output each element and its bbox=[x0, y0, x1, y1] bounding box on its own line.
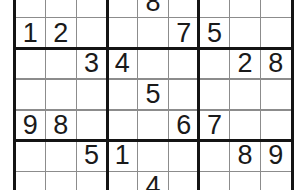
sudoku-cell-r2c7[interactable] bbox=[200, 0, 229, 17]
sudoku-cell-r7c6[interactable] bbox=[169, 141, 198, 170]
sudoku-cell-r4c8[interactable]: 2 bbox=[230, 49, 259, 78]
given-digit: 6 bbox=[176, 112, 191, 139]
sudoku-cell-r8c2[interactable] bbox=[46, 172, 75, 190]
sudoku-cell-r3c8[interactable] bbox=[230, 18, 259, 47]
given-digit: 7 bbox=[176, 20, 191, 47]
sudoku-cell-r2c6[interactable] bbox=[169, 0, 198, 17]
box-divider-vertical-2 bbox=[197, 0, 200, 190]
given-digit: 8 bbox=[53, 112, 68, 139]
given-digit: 5 bbox=[145, 81, 160, 108]
given-digit: 1 bbox=[23, 20, 38, 47]
sudoku-cell-r2c1[interactable] bbox=[16, 0, 45, 17]
sudoku-cell-r3c4[interactable] bbox=[108, 18, 137, 47]
sudoku-cell-r5c5[interactable]: 5 bbox=[138, 80, 167, 109]
sudoku-cell-r6c8[interactable] bbox=[230, 111, 259, 140]
given-digit: 3 bbox=[84, 50, 99, 77]
sudoku-cell-r4c2[interactable] bbox=[46, 49, 75, 78]
sudoku-cell-r6c3[interactable] bbox=[77, 111, 106, 140]
sudoku-board-viewport: 8127534285986751894 bbox=[0, 0, 304, 190]
sudoku-cell-r8c5[interactable]: 4 bbox=[138, 172, 167, 190]
sudoku-board: 8127534285986751894 bbox=[13, 0, 294, 190]
box-divider-horizontal-1 bbox=[16, 47, 291, 50]
given-digit: 4 bbox=[115, 50, 130, 77]
sudoku-cell-r8c6[interactable] bbox=[169, 172, 198, 190]
sudoku-cell-r5c4[interactable] bbox=[108, 80, 137, 109]
sudoku-cell-r6c2[interactable]: 8 bbox=[46, 111, 75, 140]
given-digit: 8 bbox=[238, 142, 253, 169]
sudoku-cell-r7c3[interactable]: 5 bbox=[77, 141, 106, 170]
sudoku-cell-r3c5[interactable] bbox=[138, 18, 167, 47]
sudoku-cell-r4c3[interactable]: 3 bbox=[77, 49, 106, 78]
box-divider-horizontal-2 bbox=[16, 139, 291, 142]
given-digit: 8 bbox=[145, 0, 160, 16]
sudoku-cell-r2c3[interactable] bbox=[77, 0, 106, 17]
sudoku-cell-r3c6[interactable]: 7 bbox=[169, 18, 198, 47]
given-digit: 4 bbox=[145, 173, 160, 190]
sudoku-cell-r7c2[interactable] bbox=[46, 141, 75, 170]
sudoku-cell-r7c9[interactable]: 9 bbox=[261, 141, 290, 170]
sudoku-cell-r5c6[interactable] bbox=[169, 80, 198, 109]
sudoku-cell-r6c6[interactable]: 6 bbox=[169, 111, 198, 140]
sudoku-cell-r3c3[interactable] bbox=[77, 18, 106, 47]
sudoku-cell-r2c4[interactable] bbox=[108, 0, 137, 17]
sudoku-cell-r6c1[interactable]: 9 bbox=[16, 111, 45, 140]
sudoku-cell-r2c5[interactable]: 8 bbox=[138, 0, 167, 17]
sudoku-cell-r3c2[interactable]: 2 bbox=[46, 18, 75, 47]
sudoku-cell-r4c1[interactable] bbox=[16, 49, 45, 78]
given-digit: 2 bbox=[53, 20, 68, 47]
sudoku-cell-r8c3[interactable] bbox=[77, 172, 106, 190]
sudoku-cell-r4c5[interactable] bbox=[138, 49, 167, 78]
sudoku-cell-r5c2[interactable] bbox=[46, 80, 75, 109]
sudoku-cell-r4c6[interactable] bbox=[169, 49, 198, 78]
sudoku-cell-r3c7[interactable]: 5 bbox=[200, 18, 229, 47]
sudoku-cell-r3c1[interactable]: 1 bbox=[16, 18, 45, 47]
sudoku-cell-r5c9[interactable] bbox=[261, 80, 290, 109]
sudoku-cell-r7c1[interactable] bbox=[16, 141, 45, 170]
sudoku-cell-r5c1[interactable] bbox=[16, 80, 45, 109]
sudoku-cell-r7c7[interactable] bbox=[200, 141, 229, 170]
given-digit: 1 bbox=[115, 142, 130, 169]
given-digit: 9 bbox=[268, 142, 283, 169]
given-digit: 5 bbox=[207, 20, 222, 47]
sudoku-cell-r2c8[interactable] bbox=[230, 0, 259, 17]
sudoku-cell-r8c8[interactable] bbox=[230, 172, 259, 190]
sudoku-cell-r4c7[interactable] bbox=[200, 49, 229, 78]
sudoku-cell-r8c1[interactable] bbox=[16, 172, 45, 190]
sudoku-cell-r5c3[interactable] bbox=[77, 80, 106, 109]
given-digit: 5 bbox=[84, 142, 99, 169]
sudoku-grid: 8127534285986751894 bbox=[16, 0, 291, 190]
sudoku-cell-r8c7[interactable] bbox=[200, 172, 229, 190]
sudoku-cell-r7c5[interactable] bbox=[138, 141, 167, 170]
given-digit: 8 bbox=[268, 50, 283, 77]
sudoku-cell-r3c9[interactable] bbox=[261, 18, 290, 47]
sudoku-cell-r8c9[interactable] bbox=[261, 172, 290, 190]
given-digit: 9 bbox=[23, 112, 38, 139]
given-digit: 7 bbox=[207, 112, 222, 139]
sudoku-cell-r6c7[interactable]: 7 bbox=[200, 111, 229, 140]
sudoku-cell-r6c5[interactable] bbox=[138, 111, 167, 140]
sudoku-cell-r6c9[interactable] bbox=[261, 111, 290, 140]
sudoku-cell-r7c8[interactable]: 8 bbox=[230, 141, 259, 170]
given-digit: 2 bbox=[238, 50, 253, 77]
sudoku-cell-r5c8[interactable] bbox=[230, 80, 259, 109]
sudoku-cell-r7c4[interactable]: 1 bbox=[108, 141, 137, 170]
sudoku-cell-r2c2[interactable] bbox=[46, 0, 75, 17]
sudoku-cell-r4c9[interactable]: 8 bbox=[261, 49, 290, 78]
sudoku-cell-r4c4[interactable]: 4 bbox=[108, 49, 137, 78]
sudoku-cell-r6c4[interactable] bbox=[108, 111, 137, 140]
sudoku-cell-r8c4[interactable] bbox=[108, 172, 137, 190]
sudoku-cell-r5c7[interactable] bbox=[200, 80, 229, 109]
sudoku-cell-r2c9[interactable] bbox=[261, 0, 290, 17]
box-divider-vertical-1 bbox=[106, 0, 109, 190]
